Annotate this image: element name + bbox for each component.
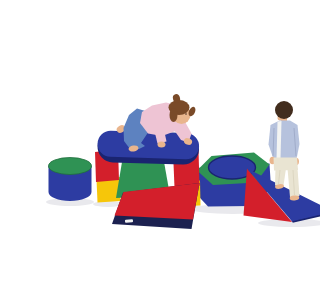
boy-hair (275, 101, 293, 119)
drum-top (49, 158, 92, 175)
round-drum (49, 158, 92, 202)
boy-left-leg (275, 168, 286, 186)
girl-left-hand (158, 142, 166, 148)
girl-hair-side (170, 108, 178, 122)
product-photo (40, 16, 320, 290)
soft-play-scene (40, 16, 320, 290)
brand-logo (125, 219, 133, 222)
girl-eye (185, 113, 187, 115)
